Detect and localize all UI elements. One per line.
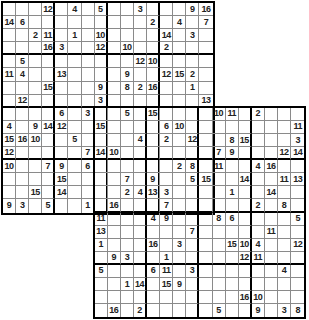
cell-bottom_grid-r9c7[interactable]: [173, 213, 186, 226]
cell-bottom_grid-r11c10[interactable]: [213, 239, 226, 252]
cell-top_grid-r7c7[interactable]: [82, 82, 95, 95]
cell-top_grid-r5c1[interactable]: [3, 55, 16, 68]
cell-top_grid-r7c1[interactable]: [3, 82, 16, 95]
cell-bottom_grid-r6c11[interactable]: [226, 173, 239, 186]
cell-top_grid-r5c3[interactable]: [29, 55, 42, 68]
cell-bottom_grid-r15c6[interactable]: [160, 291, 173, 304]
cell-bottom_grid-r5c2[interactable]: [108, 160, 121, 173]
cell-top_grid-r5c8[interactable]: [95, 55, 108, 68]
cell-bottom_grid-r5c6[interactable]: [160, 160, 173, 173]
cell-top_grid-r4c11[interactable]: [134, 42, 147, 55]
cell-top_grid-r1c7[interactable]: [82, 3, 95, 16]
cell-bottom_grid-r5c16[interactable]: [291, 160, 304, 173]
cell-top_grid-r15c4[interactable]: [42, 186, 55, 199]
cell-bottom_grid-r3c14[interactable]: [265, 134, 278, 147]
cell-bottom_grid-r11c3[interactable]: [121, 239, 134, 252]
cell-bottom_grid-r13c4[interactable]: [134, 265, 147, 278]
cell-top_grid-r15c2[interactable]: [16, 186, 29, 199]
cell-bottom_grid-r7c12[interactable]: [239, 186, 252, 199]
cell-top_grid-r5c9[interactable]: [108, 55, 121, 68]
cell-bottom_grid-r3c7[interactable]: [173, 134, 186, 147]
cell-top_grid-r3c11[interactable]: [134, 29, 147, 42]
cell-bottom_grid-r2c9[interactable]: [199, 121, 212, 134]
cell-bottom_grid-r4c13[interactable]: [252, 147, 265, 160]
cell-bottom_grid-r3c10[interactable]: [213, 134, 226, 147]
cell-bottom_grid-r10c12[interactable]: [239, 226, 252, 239]
cell-top_grid-r4c9[interactable]: [108, 42, 121, 55]
cell-top_grid-r5c5[interactable]: [55, 55, 68, 68]
cell-bottom_grid-r7c13[interactable]: [252, 186, 265, 199]
cell-bottom_grid-r16c8[interactable]: [186, 304, 199, 317]
cell-top_grid-r6c11[interactable]: [134, 68, 147, 81]
cell-bottom_grid-r2c14[interactable]: [265, 121, 278, 134]
cell-bottom_grid-r15c5[interactable]: [147, 291, 160, 304]
cell-top_grid-r2c9[interactable]: [108, 16, 121, 29]
cell-top_grid-r16c6[interactable]: [68, 199, 81, 212]
cell-bottom_grid-r8c8[interactable]: [186, 199, 199, 212]
cell-top_grid-r7c14[interactable]: [173, 82, 186, 95]
cell-bottom_grid-r13c7[interactable]: [173, 265, 186, 278]
cell-bottom_grid-r8c10[interactable]: [213, 199, 226, 212]
cell-bottom_grid-r5c11[interactable]: [226, 160, 239, 173]
cell-top_grid-r1c1[interactable]: [3, 3, 16, 16]
cell-top_grid-r3c16[interactable]: [199, 29, 212, 42]
cell-bottom_grid-r14c16[interactable]: [291, 278, 304, 291]
cell-top_grid-r2c3[interactable]: [29, 16, 42, 29]
cell-bottom_grid-r6c4[interactable]: [134, 173, 147, 186]
cell-top_grid-r3c14[interactable]: [173, 29, 186, 42]
cell-bottom_grid-r11c8[interactable]: [186, 239, 199, 252]
cell-bottom_grid-r14c5[interactable]: [147, 278, 160, 291]
cell-bottom_grid-r15c7[interactable]: [173, 291, 186, 304]
cell-bottom_grid-r4c4[interactable]: [134, 147, 147, 160]
cell-bottom_grid-r12c8[interactable]: [186, 252, 199, 265]
cell-top_grid-r3c10[interactable]: [121, 29, 134, 42]
cell-bottom_grid-r4c1[interactable]: [95, 147, 108, 160]
cell-bottom_grid-r15c8[interactable]: [186, 291, 199, 304]
cell-top_grid-r12c4[interactable]: [42, 147, 55, 160]
cell-bottom_grid-r7c9[interactable]: [199, 186, 212, 199]
cell-top_grid-r8c3[interactable]: [29, 95, 42, 108]
cell-bottom_grid-r16c6[interactable]: [160, 304, 173, 317]
cell-bottom_grid-r4c8[interactable]: [186, 147, 199, 160]
cell-bottom_grid-r2c1[interactable]: [95, 121, 108, 134]
cell-top_grid-r7c9[interactable]: [108, 82, 121, 95]
cell-bottom_grid-r11c4[interactable]: [134, 239, 147, 252]
cell-bottom_grid-r3c6[interactable]: [160, 134, 173, 147]
cell-bottom_grid-r3c5[interactable]: [147, 134, 160, 147]
cell-bottom_grid-r2c3[interactable]: [121, 121, 134, 134]
cell-top_grid-r7c6[interactable]: [68, 82, 81, 95]
cell-bottom_grid-r15c11[interactable]: [226, 291, 239, 304]
cell-bottom_grid-r2c15[interactable]: [278, 121, 291, 134]
cell-bottom_grid-r1c4[interactable]: [134, 108, 147, 121]
cell-bottom_grid-r14c1[interactable]: [95, 278, 108, 291]
cell-bottom_grid-r14c10[interactable]: [213, 278, 226, 291]
cell-top_grid-r1c13[interactable]: [160, 3, 173, 16]
cell-bottom_grid-r6c6[interactable]: [160, 173, 173, 186]
cell-top_grid-r4c3[interactable]: [29, 42, 42, 55]
cell-top_grid-r2c4[interactable]: [42, 16, 55, 29]
cell-bottom_grid-r16c5[interactable]: [147, 304, 160, 317]
cell-bottom_grid-r14c2[interactable]: [108, 278, 121, 291]
cell-top_grid-r2c11[interactable]: [134, 16, 147, 29]
cell-top_grid-r12c2[interactable]: [16, 147, 29, 160]
cell-bottom_grid-r8c7[interactable]: [173, 199, 186, 212]
cell-bottom_grid-r1c6[interactable]: [160, 108, 173, 121]
cell-top_grid-r15c1[interactable]: [3, 186, 16, 199]
cell-bottom_grid-r13c10[interactable]: [213, 265, 226, 278]
cell-bottom_grid-r9c12[interactable]: [239, 213, 252, 226]
cell-bottom_grid-r2c11[interactable]: [226, 121, 239, 134]
cell-top_grid-r2c5[interactable]: [55, 16, 68, 29]
cell-bottom_grid-r9c13[interactable]: [252, 213, 265, 226]
cell-bottom_grid-r3c13[interactable]: [252, 134, 265, 147]
cell-bottom_grid-r1c7[interactable]: [173, 108, 186, 121]
cell-top_grid-r2c6[interactable]: [68, 16, 81, 29]
cell-bottom_grid-r2c12[interactable]: [239, 121, 252, 134]
cell-bottom_grid-r7c6[interactable]: [160, 186, 173, 199]
cell-bottom_grid-r13c13[interactable]: [252, 265, 265, 278]
cell-bottom_grid-r2c5[interactable]: [147, 121, 160, 134]
cell-bottom_grid-r10c4[interactable]: [134, 226, 147, 239]
cell-bottom_grid-r16c7[interactable]: [173, 304, 186, 317]
cell-bottom_grid-r8c1[interactable]: [95, 199, 108, 212]
cell-bottom_grid-r14c9[interactable]: [199, 278, 212, 291]
cell-bottom_grid-r8c3[interactable]: [121, 199, 134, 212]
cell-top_grid-r4c15[interactable]: [186, 42, 199, 55]
cell-bottom_grid-r5c5[interactable]: [147, 160, 160, 173]
cell-bottom_grid-r3c3[interactable]: [121, 134, 134, 147]
cell-bottom_grid-r15c1[interactable]: [95, 291, 108, 304]
cell-bottom_grid-r10c15[interactable]: [278, 226, 291, 239]
cell-bottom_grid-r4c7[interactable]: [173, 147, 186, 160]
cell-top_grid-r5c15[interactable]: [186, 55, 199, 68]
cell-top_grid-r8c6[interactable]: [68, 95, 81, 108]
cell-top_grid-r7c3[interactable]: [29, 82, 42, 95]
cell-bottom_grid-r10c6[interactable]: [160, 226, 173, 239]
cell-top_grid-r5c13[interactable]: [160, 55, 173, 68]
cell-top_grid-r6c4[interactable]: [42, 68, 55, 81]
cell-top_grid-r16c3[interactable]: [29, 199, 42, 212]
cell-bottom_grid-r10c9[interactable]: [199, 226, 212, 239]
cell-bottom_grid-r16c1[interactable]: [95, 304, 108, 317]
cell-top_grid-r3c7[interactable]: [82, 29, 95, 42]
cell-bottom_grid-r8c4[interactable]: [134, 199, 147, 212]
cell-bottom_grid-r16c14[interactable]: [265, 304, 278, 317]
cell-top_grid-r6c7[interactable]: [82, 68, 95, 81]
cell-bottom_grid-r1c12[interactable]: [239, 108, 252, 121]
cell-top_grid-r13c6[interactable]: [68, 160, 81, 173]
cell-bottom_grid-r2c10[interactable]: [213, 121, 226, 134]
cell-top_grid-r3c12[interactable]: [147, 29, 160, 42]
cell-top_grid-r2c8[interactable]: [95, 16, 108, 29]
cell-bottom_grid-r2c8[interactable]: [186, 121, 199, 134]
cell-top_grid-r8c5[interactable]: [55, 95, 68, 108]
cell-top_grid-r6c3[interactable]: [29, 68, 42, 81]
cell-bottom_grid-r3c9[interactable]: [199, 134, 212, 147]
cell-bottom_grid-r4c2[interactable]: [108, 147, 121, 160]
cell-top_grid-r3c2[interactable]: [16, 29, 29, 42]
cell-top_grid-r1c9[interactable]: [108, 3, 121, 16]
cell-top_grid-r12c3[interactable]: [29, 147, 42, 160]
cell-bottom_grid-r2c13[interactable]: [252, 121, 265, 134]
cell-top_grid-r5c16[interactable]: [199, 55, 212, 68]
cell-top_grid-r2c7[interactable]: [82, 16, 95, 29]
cell-top_grid-r7c2[interactable]: [16, 82, 29, 95]
cell-bottom_grid-r7c1[interactable]: [95, 186, 108, 199]
cell-bottom_grid-r6c14[interactable]: [265, 173, 278, 186]
cell-top_grid-r4c1[interactable]: [3, 42, 16, 55]
cell-bottom_grid-r10c7[interactable]: [173, 226, 186, 239]
cell-bottom_grid-r5c12[interactable]: [239, 160, 252, 173]
cell-bottom_grid-r16c12[interactable]: [239, 304, 252, 317]
cell-bottom_grid-r12c11[interactable]: [226, 252, 239, 265]
cell-bottom_grid-r3c2[interactable]: [108, 134, 121, 147]
cell-bottom_grid-r5c3[interactable]: [121, 160, 134, 173]
cell-bottom_grid-r14c11[interactable]: [226, 278, 239, 291]
cell-top_grid-r14c2[interactable]: [16, 173, 29, 186]
cell-top_grid-r2c15[interactable]: [186, 16, 199, 29]
cell-top_grid-r1c3[interactable]: [29, 3, 42, 16]
cell-top_grid-r1c2[interactable]: [16, 3, 29, 16]
cell-top_grid-r1c10[interactable]: [121, 3, 134, 16]
cell-top_grid-r3c5[interactable]: [55, 29, 68, 42]
cell-bottom_grid-r5c15[interactable]: [278, 160, 291, 173]
cell-bottom_grid-r3c1[interactable]: [95, 134, 108, 147]
cell-top_grid-r9c2[interactable]: [16, 108, 29, 121]
cell-bottom_grid-r7c15[interactable]: [278, 186, 291, 199]
cell-top_grid-r10c6[interactable]: [68, 121, 81, 134]
cell-bottom_grid-r7c10[interactable]: [213, 186, 226, 199]
cell-bottom_grid-r5c8[interactable]: [186, 160, 199, 173]
cell-bottom_grid-r10c5[interactable]: [147, 226, 160, 239]
cell-bottom_grid-r4c12[interactable]: [239, 147, 252, 160]
cell-bottom_grid-r9c14[interactable]: [265, 213, 278, 226]
cell-top_grid-r1c5[interactable]: [55, 3, 68, 16]
cell-bottom_grid-r7c5[interactable]: [147, 186, 160, 199]
cell-bottom_grid-r11c14[interactable]: [265, 239, 278, 252]
cell-bottom_grid-r8c11[interactable]: [226, 199, 239, 212]
cell-bottom_grid-r9c15[interactable]: [278, 213, 291, 226]
cell-bottom_grid-r1c5[interactable]: [147, 108, 160, 121]
cell-bottom_grid-r15c15[interactable]: [278, 291, 291, 304]
cell-bottom_grid-r9c2[interactable]: [108, 213, 121, 226]
cell-bottom_grid-r13c16[interactable]: [291, 265, 304, 278]
cell-bottom_grid-r6c7[interactable]: [173, 173, 186, 186]
cell-top_grid-r15c6[interactable]: [68, 186, 81, 199]
cell-bottom_grid-r12c16[interactable]: [291, 252, 304, 265]
cell-bottom_grid-r8c6[interactable]: [160, 199, 173, 212]
cell-bottom_grid-r1c16[interactable]: [291, 108, 304, 121]
cell-bottom_grid-r15c3[interactable]: [121, 291, 134, 304]
cell-top_grid-r7c5[interactable]: [55, 82, 68, 95]
cell-bottom_grid-r4c5[interactable]: [147, 147, 160, 160]
cell-bottom_grid-r10c13[interactable]: [252, 226, 265, 239]
cell-top_grid-r12c6[interactable]: [68, 147, 81, 160]
cell-bottom_grid-r7c8[interactable]: [186, 186, 199, 199]
cell-bottom_grid-r4c6[interactable]: [160, 147, 173, 160]
cell-bottom_grid-r4c3[interactable]: [121, 147, 134, 160]
cell-bottom_grid-r16c3[interactable]: [121, 304, 134, 317]
cell-bottom_grid-r15c9[interactable]: [199, 291, 212, 304]
cell-bottom_grid-r15c16[interactable]: [291, 291, 304, 304]
cell-top_grid-r16c5[interactable]: [55, 199, 68, 212]
cell-top_grid-r11c5[interactable]: [55, 134, 68, 147]
cell-top_grid-r9c1[interactable]: [3, 108, 16, 121]
cell-bottom_grid-r3c8[interactable]: [186, 134, 199, 147]
cell-bottom_grid-r13c14[interactable]: [265, 265, 278, 278]
cell-top_grid-r14c1[interactable]: [3, 173, 16, 186]
cell-top_grid-r12c5[interactable]: [55, 147, 68, 160]
cell-bottom_grid-r6c9[interactable]: [199, 173, 212, 186]
cell-bottom_grid-r13c3[interactable]: [121, 265, 134, 278]
cell-top_grid-r6c12[interactable]: [147, 68, 160, 81]
cell-top_grid-r7c13[interactable]: [160, 82, 173, 95]
cell-bottom_grid-r7c7[interactable]: [173, 186, 186, 199]
cell-bottom_grid-r1c3[interactable]: [121, 108, 134, 121]
cell-top_grid-r2c13[interactable]: [160, 16, 173, 29]
cell-top_grid-r4c6[interactable]: [68, 42, 81, 55]
cell-bottom_grid-r14c12[interactable]: [239, 278, 252, 291]
cell-bottom_grid-r6c3[interactable]: [121, 173, 134, 186]
cell-top_grid-r6c8[interactable]: [95, 68, 108, 81]
cell-bottom_grid-r6c13[interactable]: [252, 173, 265, 186]
cell-bottom_grid-r10c11[interactable]: [226, 226, 239, 239]
cell-top_grid-r3c9[interactable]: [108, 29, 121, 42]
cell-bottom_grid-r5c7[interactable]: [173, 160, 186, 173]
cell-bottom_grid-r3c4[interactable]: [134, 134, 147, 147]
cell-bottom_grid-r5c9[interactable]: [199, 160, 212, 173]
cell-bottom_grid-r3c15[interactable]: [278, 134, 291, 147]
cell-top_grid-r13c2[interactable]: [16, 160, 29, 173]
cell-bottom_grid-r9c3[interactable]: [121, 213, 134, 226]
cell-bottom_grid-r16c9[interactable]: [199, 304, 212, 317]
cell-bottom_grid-r12c4[interactable]: [134, 252, 147, 265]
cell-bottom_grid-r4c9[interactable]: [199, 147, 212, 160]
cell-top_grid-r9c6[interactable]: [68, 108, 81, 121]
cell-top_grid-r4c2[interactable]: [16, 42, 29, 55]
cell-top_grid-r4c16[interactable]: [199, 42, 212, 55]
cell-top_grid-r4c14[interactable]: [173, 42, 186, 55]
cell-top_grid-r8c4[interactable]: [42, 95, 55, 108]
cell-bottom_grid-r2c2[interactable]: [108, 121, 121, 134]
cell-bottom_grid-r11c15[interactable]: [278, 239, 291, 252]
cell-bottom_grid-r7c2[interactable]: [108, 186, 121, 199]
cell-top_grid-r10c2[interactable]: [16, 121, 29, 134]
cell-bottom_grid-r10c3[interactable]: [121, 226, 134, 239]
cell-bottom_grid-r12c14[interactable]: [265, 252, 278, 265]
cell-bottom_grid-r11c2[interactable]: [108, 239, 121, 252]
cell-bottom_grid-r1c8[interactable]: [186, 108, 199, 121]
cell-top_grid-r5c4[interactable]: [42, 55, 55, 68]
cell-top_grid-r14c6[interactable]: [68, 173, 81, 186]
cell-bottom_grid-r6c8[interactable]: [186, 173, 199, 186]
cell-bottom_grid-r15c10[interactable]: [213, 291, 226, 304]
cell-bottom_grid-r12c10[interactable]: [213, 252, 226, 265]
cell-top_grid-r11c4[interactable]: [42, 134, 55, 147]
cell-bottom_grid-r8c14[interactable]: [265, 199, 278, 212]
cell-bottom_grid-r16c11[interactable]: [226, 304, 239, 317]
cell-top_grid-r6c6[interactable]: [68, 68, 81, 81]
cell-bottom_grid-r10c16[interactable]: [291, 226, 304, 239]
cell-top_grid-r3c1[interactable]: [3, 29, 16, 42]
cell-bottom_grid-r12c9[interactable]: [199, 252, 212, 265]
cell-bottom_grid-r1c1[interactable]: [95, 108, 108, 121]
cell-top_grid-r2c10[interactable]: [121, 16, 134, 29]
cell-top_grid-r8c1[interactable]: [3, 95, 16, 108]
cell-bottom_grid-r6c5[interactable]: [147, 173, 160, 186]
cell-bottom_grid-r10c2[interactable]: [108, 226, 121, 239]
cell-bottom_grid-r10c10[interactable]: [213, 226, 226, 239]
cell-top_grid-r4c12[interactable]: [147, 42, 160, 55]
cell-bottom_grid-r1c9[interactable]: [199, 108, 212, 121]
cell-top_grid-r4c7[interactable]: [82, 42, 95, 55]
cell-bottom_grid-r15c2[interactable]: [108, 291, 121, 304]
cell-top_grid-r5c10[interactable]: [121, 55, 134, 68]
cell-bottom_grid-r14c15[interactable]: [278, 278, 291, 291]
cell-top_grid-r6c9[interactable]: [108, 68, 121, 81]
cell-bottom_grid-r8c2[interactable]: [108, 199, 121, 212]
cell-bottom_grid-r12c7[interactable]: [173, 252, 186, 265]
cell-bottom_grid-r6c10[interactable]: [213, 173, 226, 186]
cell-bottom_grid-r7c16[interactable]: [291, 186, 304, 199]
cell-bottom_grid-r8c5[interactable]: [147, 199, 160, 212]
cell-top_grid-r14c3[interactable]: [29, 173, 42, 186]
cell-bottom_grid-r11c9[interactable]: [199, 239, 212, 252]
cell-bottom_grid-r13c12[interactable]: [239, 265, 252, 278]
cell-bottom_grid-r4c14[interactable]: [265, 147, 278, 160]
cell-bottom_grid-r9c8[interactable]: [186, 213, 199, 226]
cell-top_grid-r13c3[interactable]: [29, 160, 42, 173]
cell-bottom_grid-r15c4[interactable]: [134, 291, 147, 304]
cell-top_grid-r5c7[interactable]: [82, 55, 95, 68]
cell-top_grid-r9c3[interactable]: [29, 108, 42, 121]
cell-bottom_grid-r1c15[interactable]: [278, 108, 291, 121]
cell-top_grid-r7c16[interactable]: [199, 82, 212, 95]
cell-bottom_grid-r15c14[interactable]: [265, 291, 278, 304]
cell-bottom_grid-r8c16[interactable]: [291, 199, 304, 212]
cell-bottom_grid-r9c4[interactable]: [134, 213, 147, 226]
cell-bottom_grid-r14c14[interactable]: [265, 278, 278, 291]
cell-bottom_grid-r12c15[interactable]: [278, 252, 291, 265]
cell-bottom_grid-r6c1[interactable]: [95, 173, 108, 186]
cell-top_grid-r1c14[interactable]: [173, 3, 186, 16]
cell-bottom_grid-r13c2[interactable]: [108, 265, 121, 278]
cell-bottom_grid-r1c2[interactable]: [108, 108, 121, 121]
cell-bottom_grid-r8c9[interactable]: [199, 199, 212, 212]
cell-bottom_grid-r2c6[interactable]: [160, 121, 173, 134]
cell-top_grid-r5c6[interactable]: [68, 55, 81, 68]
cell-bottom_grid-r13c9[interactable]: [199, 265, 212, 278]
cell-bottom_grid-r2c4[interactable]: [134, 121, 147, 134]
cell-bottom_grid-r2c7[interactable]: [173, 121, 186, 134]
cell-top_grid-r9c4[interactable]: [42, 108, 55, 121]
cell-bottom_grid-r14c13[interactable]: [252, 278, 265, 291]
cell-bottom_grid-r12c5[interactable]: [147, 252, 160, 265]
cell-bottom_grid-r14c8[interactable]: [186, 278, 199, 291]
cell-bottom_grid-r7c4[interactable]: [134, 186, 147, 199]
cell-bottom_grid-r11c6[interactable]: [160, 239, 173, 252]
cell-bottom_grid-r5c4[interactable]: [134, 160, 147, 173]
cell-bottom_grid-r8c12[interactable]: [239, 199, 252, 212]
cell-bottom_grid-r7c3[interactable]: [121, 186, 134, 199]
cell-top_grid-r1c12[interactable]: [147, 3, 160, 16]
cell-top_grid-r5c14[interactable]: [173, 55, 186, 68]
cell-bottom_grid-r1c14[interactable]: [265, 108, 278, 121]
cell-top_grid-r14c4[interactable]: [42, 173, 55, 186]
cell-bottom_grid-r12c1[interactable]: [95, 252, 108, 265]
